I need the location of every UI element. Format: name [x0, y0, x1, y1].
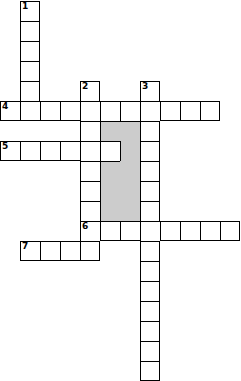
crossword-cell[interactable]: [20, 41, 40, 61]
clue-number-3: 3: [142, 82, 148, 91]
shaded-cell: [100, 201, 120, 221]
crossword-cell[interactable]: [140, 281, 160, 301]
crossword-cell[interactable]: [20, 21, 40, 41]
crossword-cell[interactable]: [220, 221, 240, 241]
crossword-cell[interactable]: [140, 121, 160, 141]
crossword-cell[interactable]: [20, 101, 40, 121]
crossword-cell[interactable]: [80, 241, 100, 261]
crossword-page: 1234567: [0, 0, 241, 381]
crossword-cell[interactable]: [140, 101, 160, 121]
crossword-cell[interactable]: [100, 221, 120, 241]
crossword-cell[interactable]: [140, 241, 160, 261]
crossword-cell[interactable]: [140, 181, 160, 201]
clue-number-1: 1: [22, 2, 28, 11]
crossword-cell[interactable]: 3: [140, 81, 160, 101]
crossword-cell[interactable]: 4: [0, 101, 20, 121]
crossword-cell[interactable]: [80, 181, 100, 201]
crossword-cell[interactable]: [140, 321, 160, 341]
crossword-cell[interactable]: [140, 301, 160, 321]
crossword-cell[interactable]: [80, 141, 100, 161]
crossword-cell[interactable]: [140, 341, 160, 361]
shaded-cell: [120, 121, 140, 141]
crossword-cell[interactable]: 7: [20, 241, 40, 261]
crossword-cell[interactable]: [100, 101, 120, 121]
shaded-cell: [120, 201, 140, 221]
crossword-cell[interactable]: [120, 101, 140, 121]
crossword-cell[interactable]: [160, 221, 180, 241]
crossword-cell[interactable]: [60, 141, 80, 161]
shaded-cell: [120, 141, 140, 161]
crossword-cell[interactable]: [40, 241, 60, 261]
crossword-cell[interactable]: [140, 201, 160, 221]
crossword-cell[interactable]: [60, 241, 80, 261]
shaded-cell: [120, 161, 140, 181]
crossword-cell[interactable]: [140, 161, 160, 181]
clue-number-6: 6: [82, 222, 88, 231]
crossword-cell[interactable]: [140, 361, 160, 381]
crossword-cell[interactable]: 2: [80, 81, 100, 101]
crossword-cell[interactable]: [40, 101, 60, 121]
crossword-cell[interactable]: [160, 101, 180, 121]
crossword-cell[interactable]: [60, 101, 80, 121]
crossword-cell[interactable]: [20, 141, 40, 161]
crossword-cell[interactable]: [180, 101, 200, 121]
shaded-cell: [100, 161, 120, 181]
clue-number-4: 4: [2, 102, 8, 111]
shaded-cell: [120, 181, 140, 201]
crossword-cell[interactable]: [200, 221, 220, 241]
crossword-cell[interactable]: 1: [20, 1, 40, 21]
shaded-cell: [100, 181, 120, 201]
crossword-cell[interactable]: [140, 141, 160, 161]
crossword-board: 1234567: [0, 1, 240, 381]
crossword-cell[interactable]: [80, 161, 100, 181]
crossword-cell[interactable]: [120, 221, 140, 241]
crossword-cell[interactable]: [80, 201, 100, 221]
crossword-cell[interactable]: [140, 221, 160, 241]
crossword-cell[interactable]: [80, 101, 100, 121]
crossword-cell[interactable]: [180, 221, 200, 241]
crossword-cell[interactable]: [20, 81, 40, 101]
clue-number-5: 5: [2, 142, 8, 151]
clue-number-7: 7: [22, 242, 28, 251]
clue-number-2: 2: [82, 82, 88, 91]
crossword-cell[interactable]: 5: [0, 141, 20, 161]
shaded-cell: [100, 121, 120, 141]
crossword-cell[interactable]: [20, 61, 40, 81]
crossword-cell[interactable]: [200, 101, 220, 121]
crossword-cell[interactable]: [80, 121, 100, 141]
crossword-cell[interactable]: [140, 261, 160, 281]
crossword-cell[interactable]: [100, 141, 120, 161]
crossword-cell[interactable]: 6: [80, 221, 100, 241]
crossword-cell[interactable]: [40, 141, 60, 161]
